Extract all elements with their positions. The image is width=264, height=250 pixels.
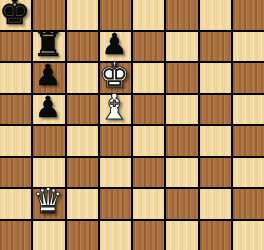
square-a5[interactable] <box>0 95 31 125</box>
square-h5[interactable] <box>233 95 264 125</box>
square-b1[interactable] <box>33 221 64 250</box>
square-e7[interactable] <box>133 32 164 62</box>
square-c1[interactable] <box>67 221 98 250</box>
square-d3[interactable] <box>100 158 131 188</box>
square-g6[interactable] <box>200 63 231 93</box>
square-g4[interactable] <box>200 126 231 156</box>
square-a4[interactable] <box>0 126 31 156</box>
square-c6[interactable] <box>67 63 98 93</box>
black-pawn-piece[interactable]: ♟ <box>35 93 61 123</box>
square-h3[interactable] <box>233 158 264 188</box>
square-f4[interactable] <box>166 126 197 156</box>
square-d8[interactable] <box>100 0 131 30</box>
square-a7[interactable] <box>0 32 31 62</box>
square-h7[interactable] <box>233 32 264 62</box>
chess-board: ♚♜♟♟♚♟♝♛ <box>0 0 264 250</box>
square-h2[interactable] <box>233 189 264 219</box>
square-b4[interactable] <box>33 126 64 156</box>
black-rook-piece[interactable]: ♜ <box>32 30 63 60</box>
square-a8[interactable]: ♚ <box>0 0 31 30</box>
square-e8[interactable] <box>133 0 164 30</box>
white-queen-piece[interactable]: ♛ <box>32 187 63 217</box>
square-f2[interactable] <box>166 189 197 219</box>
square-h6[interactable] <box>233 63 264 93</box>
square-e3[interactable] <box>133 158 164 188</box>
square-a2[interactable] <box>0 189 31 219</box>
square-b2[interactable]: ♛ <box>33 189 64 219</box>
square-g5[interactable] <box>200 95 231 125</box>
square-f3[interactable] <box>166 158 197 188</box>
square-e5[interactable] <box>133 95 164 125</box>
square-b5[interactable]: ♟ <box>33 95 64 125</box>
square-b7[interactable]: ♜ <box>33 32 64 62</box>
black-pawn-piece[interactable]: ♟ <box>35 61 61 91</box>
square-h4[interactable] <box>233 126 264 156</box>
square-b6[interactable]: ♟ <box>33 63 64 93</box>
square-f6[interactable] <box>166 63 197 93</box>
square-a3[interactable] <box>0 158 31 188</box>
square-d4[interactable] <box>100 126 131 156</box>
square-h8[interactable] <box>233 0 264 30</box>
square-g3[interactable] <box>200 158 231 188</box>
white-bishop-piece[interactable]: ♝ <box>99 93 130 123</box>
square-c4[interactable] <box>67 126 98 156</box>
square-a1[interactable] <box>0 221 31 250</box>
square-f5[interactable] <box>166 95 197 125</box>
square-e2[interactable] <box>133 189 164 219</box>
square-f8[interactable] <box>166 0 197 30</box>
square-c7[interactable] <box>67 32 98 62</box>
square-c5[interactable] <box>67 95 98 125</box>
square-d5[interactable]: ♝ <box>100 95 131 125</box>
square-e6[interactable] <box>133 63 164 93</box>
square-d1[interactable] <box>100 221 131 250</box>
square-g1[interactable] <box>200 221 231 250</box>
square-d2[interactable] <box>100 189 131 219</box>
square-c2[interactable] <box>67 189 98 219</box>
square-e4[interactable] <box>133 126 164 156</box>
square-a6[interactable] <box>0 63 31 93</box>
black-king-piece[interactable]: ♚ <box>0 0 30 28</box>
square-f1[interactable] <box>166 221 197 250</box>
square-g2[interactable] <box>200 189 231 219</box>
square-g8[interactable] <box>200 0 231 30</box>
square-h1[interactable] <box>233 221 264 250</box>
square-c3[interactable] <box>67 158 98 188</box>
square-e1[interactable] <box>133 221 164 250</box>
square-c8[interactable] <box>67 0 98 30</box>
square-g7[interactable] <box>200 32 231 62</box>
square-f7[interactable] <box>166 32 197 62</box>
